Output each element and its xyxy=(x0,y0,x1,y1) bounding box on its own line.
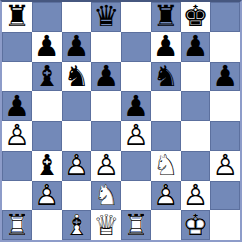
white-bishop-piece[interactable]: ♝♗ xyxy=(63,211,89,240)
white-pawn-piece[interactable]: ♟♙ xyxy=(63,151,89,180)
square-a5[interactable]: ♟ xyxy=(2,91,32,121)
chess-board-frame: ♜♛♜♚♟♟♟♟♝♞♟♞♟♟♟♟♙♟♙♝♟♙♟♙♞♘♟♙♟♙♞♘♟♙♟♙♜♖♝♗… xyxy=(0,0,242,242)
square-d4[interactable] xyxy=(91,121,121,151)
square-e6[interactable] xyxy=(121,62,151,92)
square-c5[interactable] xyxy=(62,91,92,121)
white-pawn-piece[interactable]: ♟♙ xyxy=(93,151,119,180)
white-queen-piece[interactable]: ♛♕ xyxy=(93,211,119,240)
square-b1[interactable] xyxy=(32,210,62,240)
square-g2[interactable]: ♟♙ xyxy=(181,181,211,211)
square-e1[interactable]: ♜♖ xyxy=(121,210,151,240)
white-pawn-piece[interactable]: ♟♙ xyxy=(4,121,30,150)
black-pawn-piece[interactable]: ♟ xyxy=(123,92,149,121)
square-h2[interactable] xyxy=(210,181,240,211)
square-c2[interactable] xyxy=(62,181,92,211)
black-pawn-piece[interactable]: ♟ xyxy=(4,92,30,121)
square-a8[interactable]: ♜ xyxy=(2,2,32,32)
white-pawn-piece[interactable]: ♟♙ xyxy=(34,181,60,210)
square-h1[interactable] xyxy=(210,210,240,240)
square-c1[interactable]: ♝♗ xyxy=(62,210,92,240)
square-d3[interactable]: ♟♙ xyxy=(91,151,121,181)
square-h4[interactable] xyxy=(210,121,240,151)
white-knight-piece[interactable]: ♞♘ xyxy=(153,151,179,180)
square-a2[interactable] xyxy=(2,181,32,211)
chess-board: ♜♛♜♚♟♟♟♟♝♞♟♞♟♟♟♟♙♟♙♝♟♙♟♙♞♘♟♙♟♙♞♘♟♙♟♙♜♖♝♗… xyxy=(2,2,240,240)
square-b2[interactable]: ♟♙ xyxy=(32,181,62,211)
black-pawn-piece[interactable]: ♟ xyxy=(93,62,119,91)
square-b8[interactable] xyxy=(32,2,62,32)
black-bishop-piece[interactable]: ♝ xyxy=(34,151,60,180)
square-g4[interactable] xyxy=(181,121,211,151)
square-f1[interactable] xyxy=(151,210,181,240)
square-f3[interactable]: ♞♘ xyxy=(151,151,181,181)
square-d1[interactable]: ♛♕ xyxy=(91,210,121,240)
white-pawn-piece[interactable]: ♟♙ xyxy=(123,121,149,150)
black-pawn-piece[interactable]: ♟ xyxy=(34,32,60,61)
square-h6[interactable]: ♟ xyxy=(210,62,240,92)
square-b5[interactable] xyxy=(32,91,62,121)
black-pawn-piece[interactable]: ♟ xyxy=(182,32,208,61)
square-f6[interactable]: ♞ xyxy=(151,62,181,92)
black-knight-piece[interactable]: ♞ xyxy=(153,62,179,91)
square-b3[interactable]: ♝ xyxy=(32,151,62,181)
square-d5[interactable] xyxy=(91,91,121,121)
square-g6[interactable] xyxy=(181,62,211,92)
white-pawn-piece[interactable]: ♟♙ xyxy=(182,181,208,210)
square-e5[interactable]: ♟ xyxy=(121,91,151,121)
black-pawn-piece[interactable]: ♟ xyxy=(153,32,179,61)
white-rook-piece[interactable]: ♜♖ xyxy=(4,211,30,240)
square-e4[interactable]: ♟♙ xyxy=(121,121,151,151)
square-c3[interactable]: ♟♙ xyxy=(62,151,92,181)
white-rook-piece[interactable]: ♜♖ xyxy=(123,211,149,240)
black-bishop-piece[interactable]: ♝ xyxy=(34,62,60,91)
square-d7[interactable] xyxy=(91,32,121,62)
black-knight-piece[interactable]: ♞ xyxy=(63,62,89,91)
white-knight-piece[interactable]: ♞♘ xyxy=(93,181,119,210)
square-c4[interactable] xyxy=(62,121,92,151)
square-g7[interactable]: ♟ xyxy=(181,32,211,62)
square-d2[interactable]: ♞♘ xyxy=(91,181,121,211)
square-c8[interactable] xyxy=(62,2,92,32)
square-c7[interactable]: ♟ xyxy=(62,32,92,62)
white-pawn-piece[interactable]: ♟♙ xyxy=(153,181,179,210)
square-f7[interactable]: ♟ xyxy=(151,32,181,62)
square-e7[interactable] xyxy=(121,32,151,62)
square-e2[interactable] xyxy=(121,181,151,211)
square-b6[interactable]: ♝ xyxy=(32,62,62,92)
white-pawn-piece[interactable]: ♟♙ xyxy=(212,151,238,180)
square-f4[interactable] xyxy=(151,121,181,151)
square-f2[interactable]: ♟♙ xyxy=(151,181,181,211)
square-h3[interactable]: ♟♙ xyxy=(210,151,240,181)
square-g3[interactable] xyxy=(181,151,211,181)
square-a1[interactable]: ♜♖ xyxy=(2,210,32,240)
square-f5[interactable] xyxy=(151,91,181,121)
black-king-piece[interactable]: ♚ xyxy=(182,2,208,31)
square-h7[interactable] xyxy=(210,32,240,62)
square-f8[interactable]: ♜ xyxy=(151,2,181,32)
square-g8[interactable]: ♚ xyxy=(181,2,211,32)
black-rook-piece[interactable]: ♜ xyxy=(153,2,179,31)
white-king-piece[interactable]: ♚♔ xyxy=(182,211,208,240)
square-a4[interactable]: ♟♙ xyxy=(2,121,32,151)
square-a6[interactable] xyxy=(2,62,32,92)
square-b4[interactable] xyxy=(32,121,62,151)
black-queen-piece[interactable]: ♛ xyxy=(93,2,119,31)
square-a3[interactable] xyxy=(2,151,32,181)
square-h8[interactable] xyxy=(210,2,240,32)
square-g1[interactable]: ♚♔ xyxy=(181,210,211,240)
black-pawn-piece[interactable]: ♟ xyxy=(63,32,89,61)
square-a7[interactable] xyxy=(2,32,32,62)
square-e3[interactable] xyxy=(121,151,151,181)
square-d6[interactable]: ♟ xyxy=(91,62,121,92)
square-c6[interactable]: ♞ xyxy=(62,62,92,92)
square-e8[interactable] xyxy=(121,2,151,32)
square-d8[interactable]: ♛ xyxy=(91,2,121,32)
square-h5[interactable] xyxy=(210,91,240,121)
square-g5[interactable] xyxy=(181,91,211,121)
black-rook-piece[interactable]: ♜ xyxy=(4,2,30,31)
square-b7[interactable]: ♟ xyxy=(32,32,62,62)
black-pawn-piece[interactable]: ♟ xyxy=(212,62,238,91)
